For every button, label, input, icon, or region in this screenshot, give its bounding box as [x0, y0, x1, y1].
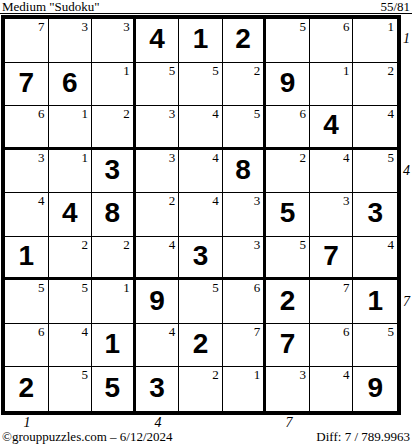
corner-digit: 4 [169, 324, 176, 339]
copyright-text: ©grouppuzzles.com – 6/12/2024 [2, 430, 173, 444]
cell-r2c1[interactable]: 7 [5, 63, 49, 107]
corner-digit: 5 [254, 106, 261, 121]
corner-digit: 5 [388, 324, 395, 339]
corner-digit: 2 [123, 237, 130, 252]
cell-r7c7[interactable]: 2 [266, 280, 310, 324]
cell-r9c5[interactable]: 2 [179, 367, 223, 411]
corner-digit: 1 [254, 367, 261, 382]
cell-r4c9[interactable]: 5 [353, 150, 397, 194]
cell-r3c2[interactable]: 1 [49, 106, 93, 150]
cell-r5c3[interactable]: 8 [92, 193, 136, 237]
corner-digit: 7 [38, 19, 45, 34]
big-digit: 7 [280, 330, 296, 358]
corner-digit: 4 [388, 106, 395, 121]
cell-r8c3[interactable]: 1 [92, 324, 136, 368]
corner-digit: 5 [388, 150, 395, 165]
corner-digit: 1 [343, 63, 350, 78]
cell-r4c4[interactable]: 3 [136, 150, 180, 194]
cell-r4c6[interactable]: 8 [223, 150, 267, 194]
big-digit: 8 [105, 199, 121, 227]
corner-digit: 7 [254, 324, 261, 339]
corner-digit: 2 [82, 237, 89, 252]
corner-digit: 4 [38, 193, 45, 208]
corner-digit: 4 [212, 193, 219, 208]
corner-digit: 3 [82, 19, 89, 34]
cell-r4c8[interactable]: 4 [310, 150, 354, 194]
cell-r4c1[interactable]: 3 [5, 150, 49, 194]
corner-digit: 3 [254, 237, 261, 252]
corner-digit: 4 [82, 324, 89, 339]
big-digit: 2 [235, 25, 251, 53]
corner-digit: 3 [254, 193, 261, 208]
corner-digit: 2 [169, 193, 176, 208]
cell-r1c1[interactable]: 7 [5, 19, 49, 63]
big-digit: 4 [62, 199, 78, 227]
col-marker-1: 1 [24, 416, 31, 430]
corner-digit: 3 [123, 19, 130, 34]
corner-digit: 2 [388, 63, 395, 78]
big-digit: 7 [18, 69, 34, 97]
corner-digit: 5 [212, 280, 219, 295]
cell-r2c6[interactable]: 2 [223, 63, 267, 107]
cell-r7c5[interactable]: 5 [179, 280, 223, 324]
corner-digit: 1 [388, 19, 395, 34]
cell-r3c7[interactable]: 6 [266, 106, 310, 150]
big-digit: 4 [323, 111, 339, 139]
big-digit: 2 [280, 287, 296, 315]
progress-counter: 55/81 [380, 0, 410, 13]
cell-r6c7[interactable]: 5 [266, 237, 310, 281]
cell-r9c2[interactable]: 5 [49, 367, 93, 411]
cell-r3c3[interactable]: 2 [92, 106, 136, 150]
cell-r6c8[interactable]: 7 [310, 237, 354, 281]
big-digit: 6 [62, 69, 78, 97]
cell-r5c1[interactable]: 4 [5, 193, 49, 237]
corner-digit: 5 [299, 19, 306, 34]
cell-r6c3[interactable]: 2 [92, 237, 136, 281]
cell-r9c8[interactable]: 4 [310, 367, 354, 411]
corner-digit: 6 [254, 280, 261, 295]
cell-r5c8[interactable]: 3 [310, 193, 354, 237]
big-digit: 5 [105, 374, 121, 402]
corner-digit: 3 [343, 193, 350, 208]
cell-r7c6[interactable]: 6 [223, 280, 267, 324]
cell-r3c9[interactable]: 4 [353, 106, 397, 150]
cell-r6c2[interactable]: 2 [49, 237, 93, 281]
big-digit: 2 [193, 330, 209, 358]
cell-r7c1[interactable]: 5 [5, 280, 49, 324]
cell-r3c4[interactable]: 3 [136, 106, 180, 150]
cell-r4c7[interactable]: 2 [266, 150, 310, 194]
corner-digit: 5 [38, 280, 45, 295]
cell-r6c5[interactable]: 3 [179, 237, 223, 281]
cell-r2c5[interactable]: 5 [179, 63, 223, 107]
cell-r7c2[interactable]: 5 [49, 280, 93, 324]
cell-r1c2[interactable]: 3 [49, 19, 93, 63]
corner-digit: 2 [212, 367, 219, 382]
corner-digit: 1 [82, 106, 89, 121]
cell-r1c6[interactable]: 2 [223, 19, 267, 63]
corner-digit: 6 [343, 324, 350, 339]
corner-digit: 4 [388, 237, 395, 252]
corner-digit: 6 [38, 106, 45, 121]
big-digit: 3 [149, 374, 165, 402]
cell-r5c7[interactable]: 5 [266, 193, 310, 237]
cell-r1c3[interactable]: 3 [92, 19, 136, 63]
cell-r6c9[interactable]: 4 [353, 237, 397, 281]
big-digit: 9 [149, 287, 165, 315]
cell-r4c2[interactable]: 1 [49, 150, 93, 194]
cell-r3c5[interactable]: 4 [179, 106, 223, 150]
cell-r1c4[interactable]: 4 [136, 19, 180, 63]
cell-r7c9[interactable]: 1 [353, 280, 397, 324]
cell-r9c3[interactable]: 5 [92, 367, 136, 411]
cell-r5c2[interactable]: 4 [49, 193, 93, 237]
cell-r4c3[interactable]: 3 [92, 150, 136, 194]
big-digit: 3 [105, 156, 121, 184]
corner-digit: 1 [82, 150, 89, 165]
corner-digit: 2 [299, 150, 306, 165]
cell-r6c6[interactable]: 3 [223, 237, 267, 281]
big-digit: 4 [149, 25, 165, 53]
cell-r5c6[interactable]: 3 [223, 193, 267, 237]
cell-r3c6[interactable]: 5 [223, 106, 267, 150]
sudoku-board: 7334125617615529126123456443133482454482… [1, 15, 401, 415]
corner-digit: 6 [343, 19, 350, 34]
cell-r2c4[interactable]: 5 [136, 63, 180, 107]
corner-digit: 3 [38, 150, 45, 165]
cell-r3c8[interactable]: 4 [310, 106, 354, 150]
cell-r7c3[interactable]: 1 [92, 280, 136, 324]
corner-digit: 2 [123, 106, 130, 121]
cell-r1c7[interactable]: 5 [266, 19, 310, 63]
cell-r2c3[interactable]: 1 [92, 63, 136, 107]
cell-r4c5[interactable]: 4 [179, 150, 223, 194]
corner-digit: 5 [82, 367, 89, 382]
corner-digit: 2 [254, 63, 261, 78]
cell-r5c4[interactable]: 2 [136, 193, 180, 237]
cell-r8c1[interactable]: 6 [5, 324, 49, 368]
corner-digit: 3 [169, 106, 176, 121]
big-digit: 1 [193, 25, 209, 53]
sudoku-page: Medium "Sudoku" 55/81 733412561761552912… [0, 0, 412, 445]
cell-r5c9[interactable]: 3 [353, 193, 397, 237]
col-marker-4: 4 [155, 416, 162, 430]
cell-r1c5[interactable]: 1 [179, 19, 223, 63]
cell-r1c8[interactable]: 6 [310, 19, 354, 63]
cell-r7c8[interactable]: 7 [310, 280, 354, 324]
corner-digit: 4 [343, 150, 350, 165]
cell-r3c1[interactable]: 6 [5, 106, 49, 150]
cell-r7c4[interactable]: 9 [136, 280, 180, 324]
cell-r8c4[interactable]: 4 [136, 324, 180, 368]
difficulty-text: Diff: 7 / 789.9963 [316, 430, 410, 444]
corner-digit: 1 [123, 63, 130, 78]
big-digit: 1 [105, 330, 121, 358]
page-title: Medium "Sudoku" [2, 0, 100, 13]
corner-digit: 3 [169, 150, 176, 165]
big-digit: 1 [367, 287, 383, 315]
corner-digit: 5 [169, 63, 176, 78]
corner-digit: 1 [123, 280, 130, 295]
cell-r2c2[interactable]: 6 [49, 63, 93, 107]
big-digit: 8 [235, 156, 251, 184]
header-divider [0, 13, 412, 14]
big-digit: 9 [367, 374, 383, 402]
col-marker-7: 7 [286, 416, 293, 430]
cell-r2c8[interactable]: 1 [310, 63, 354, 107]
big-digit: 9 [280, 69, 296, 97]
cell-r9c7[interactable]: 3 [266, 367, 310, 411]
cell-r2c7[interactable]: 9 [266, 63, 310, 107]
big-digit: 1 [18, 242, 34, 270]
cell-r8c2[interactable]: 4 [49, 324, 93, 368]
cell-r9c1[interactable]: 2 [5, 367, 49, 411]
header: Medium "Sudoku" 55/81 [2, 0, 410, 13]
cell-r6c4[interactable]: 4 [136, 237, 180, 281]
corner-digit: 5 [212, 63, 219, 78]
corner-digit: 4 [212, 106, 219, 121]
cell-r8c9[interactable]: 5 [353, 324, 397, 368]
row-marker-7: 7 [403, 295, 410, 309]
cell-r1c9[interactable]: 1 [353, 19, 397, 63]
corner-digit: 4 [212, 150, 219, 165]
row-marker-1: 1 [403, 32, 410, 46]
big-digit: 3 [193, 242, 209, 270]
cell-r8c8[interactable]: 6 [310, 324, 354, 368]
big-digit: 7 [323, 242, 339, 270]
corner-digit: 3 [299, 367, 306, 382]
cell-r9c4[interactable]: 3 [136, 367, 180, 411]
cell-r5c5[interactable]: 4 [179, 193, 223, 237]
corner-digit: 4 [169, 237, 176, 252]
corner-digit: 4 [343, 367, 350, 382]
big-digit: 3 [367, 199, 383, 227]
footer: ©grouppuzzles.com – 6/12/2024 Diff: 7 / … [2, 430, 410, 444]
corner-digit: 6 [38, 324, 45, 339]
cell-r8c5[interactable]: 2 [179, 324, 223, 368]
cell-r8c6[interactable]: 7 [223, 324, 267, 368]
corner-digit: 6 [299, 106, 306, 121]
corner-digit: 7 [343, 280, 350, 295]
big-digit: 5 [280, 199, 296, 227]
corner-digit: 5 [299, 237, 306, 252]
cell-r9c9[interactable]: 9 [353, 367, 397, 411]
cell-r6c1[interactable]: 1 [5, 237, 49, 281]
cell-r8c7[interactable]: 7 [266, 324, 310, 368]
big-digit: 2 [18, 374, 34, 402]
cell-r2c9[interactable]: 2 [353, 63, 397, 107]
corner-digit: 5 [82, 280, 89, 295]
cell-r9c6[interactable]: 1 [223, 367, 267, 411]
row-marker-4: 4 [403, 164, 410, 178]
